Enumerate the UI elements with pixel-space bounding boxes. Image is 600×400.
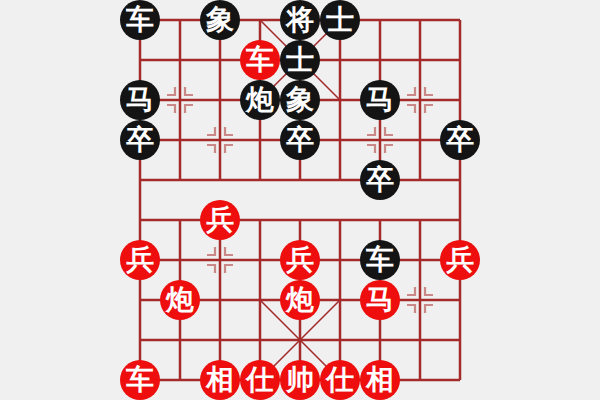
piece-red-advisor[interactable]: 仕: [320, 360, 360, 400]
piece-red-cannon[interactable]: 炮: [160, 280, 200, 320]
piece-red-chariot[interactable]: 车: [240, 40, 280, 80]
piece-black-elephant[interactable]: 象: [200, 0, 240, 40]
piece-black-soldier[interactable]: 卒: [280, 120, 320, 160]
piece-black-horse[interactable]: 马: [360, 80, 400, 120]
piece-black-chariot[interactable]: 车: [120, 0, 160, 40]
piece-red-soldier[interactable]: 兵: [280, 240, 320, 280]
piece-red-advisor[interactable]: 仕: [240, 360, 280, 400]
xiangqi-board[interactable]: 车象将士车士马炮象马卒卒卒卒兵兵兵车兵炮炮马车相仕帅仕相: [0, 0, 600, 400]
piece-red-general[interactable]: 帅: [280, 360, 320, 400]
piece-red-elephant[interactable]: 相: [360, 360, 400, 400]
piece-black-elephant[interactable]: 象: [280, 80, 320, 120]
piece-black-advisor[interactable]: 士: [280, 40, 320, 80]
piece-red-soldier[interactable]: 兵: [200, 200, 240, 240]
piece-red-horse[interactable]: 马: [360, 280, 400, 320]
piece-black-soldier[interactable]: 卒: [120, 120, 160, 160]
piece-red-cannon[interactable]: 炮: [280, 280, 320, 320]
piece-black-horse[interactable]: 马: [120, 80, 160, 120]
piece-black-chariot[interactable]: 车: [360, 240, 400, 280]
piece-black-cannon[interactable]: 炮: [240, 80, 280, 120]
piece-black-advisor[interactable]: 士: [320, 0, 360, 40]
piece-red-soldier[interactable]: 兵: [120, 240, 160, 280]
piece-black-soldier[interactable]: 卒: [440, 120, 480, 160]
piece-black-general[interactable]: 将: [280, 0, 320, 40]
piece-red-chariot[interactable]: 车: [120, 360, 160, 400]
piece-black-soldier[interactable]: 卒: [360, 160, 400, 200]
piece-red-soldier[interactable]: 兵: [440, 240, 480, 280]
screen: { "game": "xiangqi", "title": "Xiangqi p…: [0, 0, 600, 400]
pieces-layer: 车象将士车士马炮象马卒卒卒卒兵兵兵车兵炮炮马车相仕帅仕相: [0, 0, 600, 400]
piece-red-elephant[interactable]: 相: [200, 360, 240, 400]
